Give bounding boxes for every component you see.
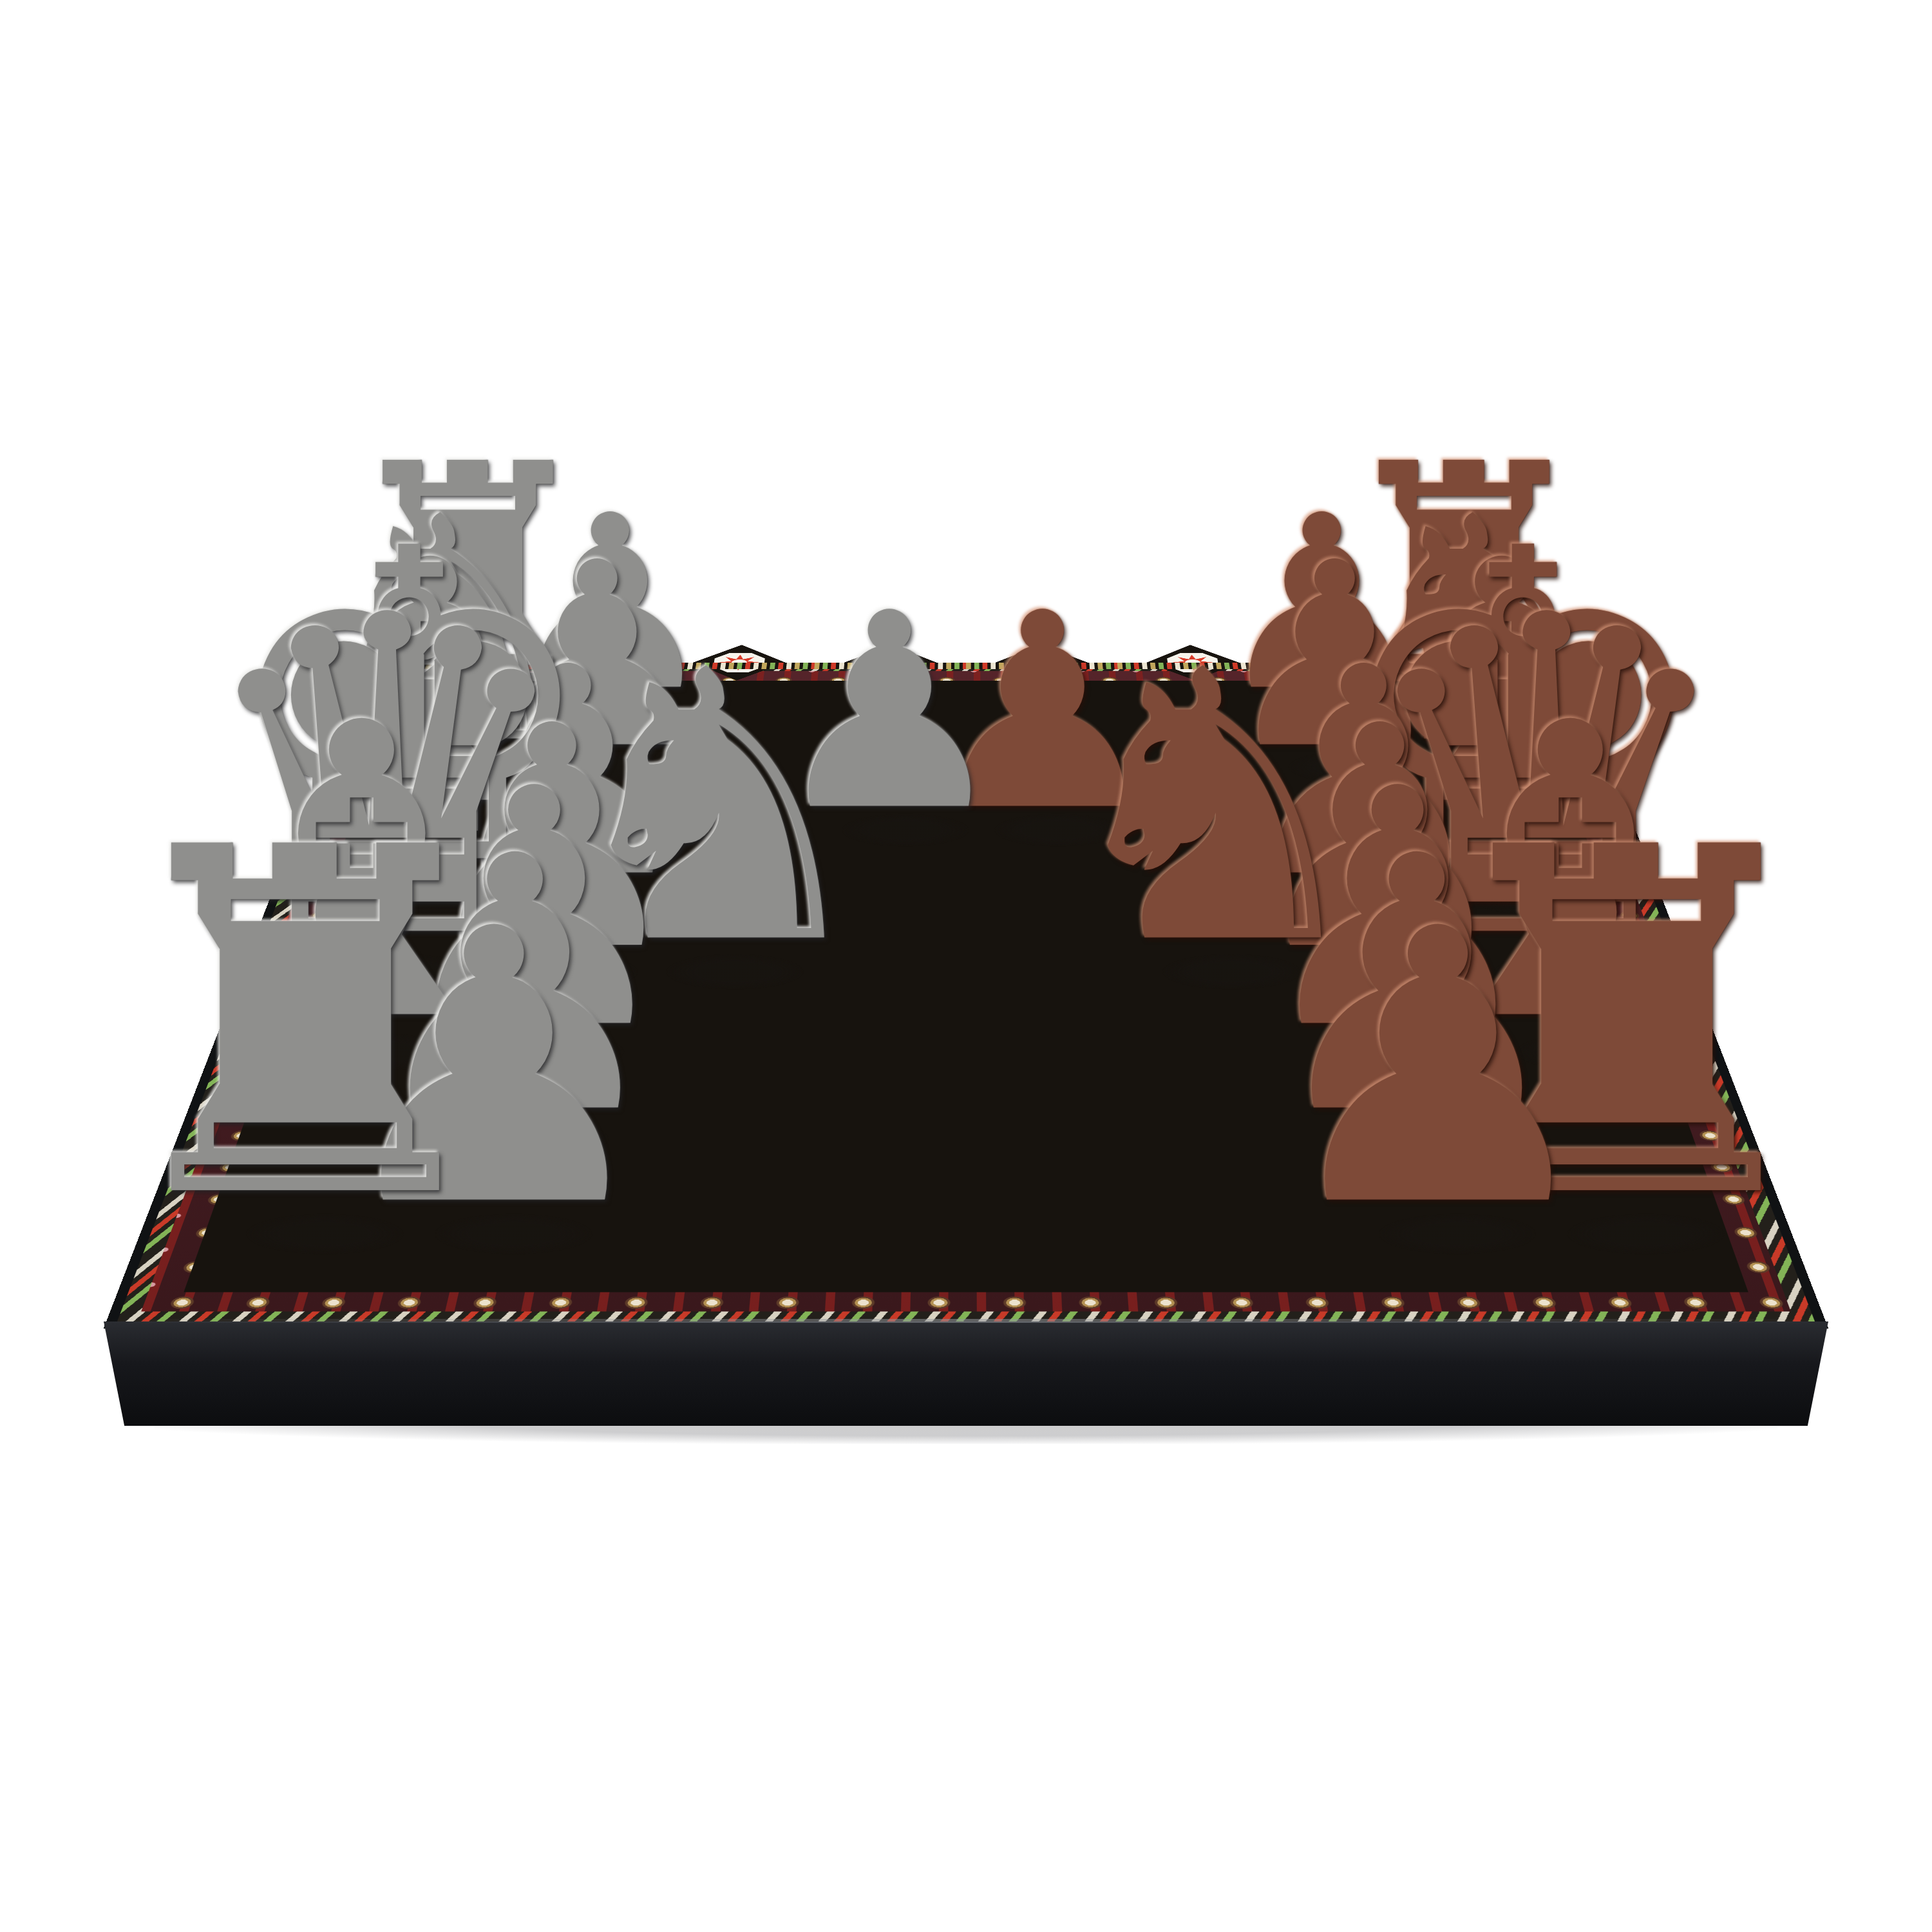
product-photo-canvas: ♜♝♛♚♝♞♜♟♟♟♟♟♟♟♞♟♟♞♟♟♟♟♟♟♟♜♝♛♚♝♞♜ bbox=[0, 0, 1932, 1932]
piece-white-rook-a1[interactable]: ♜ bbox=[92, 788, 518, 1264]
piece-black-pawn-a7[interactable]: ♟ bbox=[1269, 880, 1607, 1258]
board-rim-highlight bbox=[104, 1319, 1828, 1323]
board-front-rim bbox=[104, 1321, 1828, 1426]
